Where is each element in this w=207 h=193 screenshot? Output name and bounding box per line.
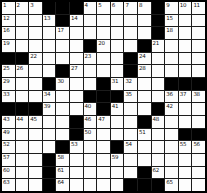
grid-cell-r2c3[interactable] <box>29 15 42 27</box>
black-cell-r8c9 <box>111 91 124 103</box>
black-cell-r15c4 <box>43 179 56 191</box>
black-cell-r6c10 <box>124 65 137 77</box>
clue-number-31: 31 <box>112 78 118 84</box>
grid-cell-r10c1[interactable]: 43 <box>2 116 15 128</box>
grid-cell-r12c15[interactable]: 56 <box>192 141 205 153</box>
clue-number-17: 17 <box>57 27 63 33</box>
grid-cell-r15c5[interactable]: 64 <box>56 179 69 191</box>
grid-cell-r3c7[interactable] <box>84 27 97 39</box>
clue-number-16: 16 <box>3 27 9 33</box>
grid-cell-r8c12[interactable] <box>152 91 165 103</box>
grid-cell-r9c15[interactable] <box>192 103 205 115</box>
grid-cell-r12c6[interactable]: 53 <box>70 141 83 153</box>
black-cell-r9c2 <box>16 103 29 115</box>
grid-cell-r5c13[interactable] <box>165 53 178 65</box>
grid-cell-r5c4[interactable] <box>43 53 56 65</box>
clue-number-10: 10 <box>180 2 186 8</box>
grid-cell-r6c15[interactable] <box>192 65 205 77</box>
clue-number-9: 9 <box>166 2 169 8</box>
grid-cell-r4c9[interactable] <box>111 40 124 52</box>
clue-number-23: 23 <box>85 53 91 59</box>
grid-cell-r14c8[interactable] <box>97 167 110 179</box>
grid-cell-r9c13[interactable]: 42 <box>165 103 178 115</box>
black-cell-r12c9 <box>111 141 124 153</box>
grid-cell-r3c14[interactable] <box>179 27 192 39</box>
clue-number-32: 32 <box>125 78 131 84</box>
black-cell-r15c10 <box>124 179 137 191</box>
grid-cell-r4c6[interactable] <box>70 40 83 52</box>
grid-cell-r14c6[interactable] <box>70 167 83 179</box>
grid-cell-r12c10[interactable]: 54 <box>124 141 137 153</box>
grid-cell-r10c14[interactable] <box>179 116 192 128</box>
grid-cell-r5c14[interactable] <box>179 53 192 65</box>
grid-cell-r11c7[interactable]: 50 <box>84 129 97 141</box>
grid-cell-r8c6[interactable] <box>70 91 83 103</box>
clue-number-64: 64 <box>57 179 63 185</box>
grid-cell-r14c1[interactable]: 60 <box>2 167 15 179</box>
clue-number-62: 62 <box>153 167 159 173</box>
grid-cell-r2c15[interactable] <box>192 15 205 27</box>
grid-cell-r9c6[interactable] <box>70 103 83 115</box>
black-cell-r7c8 <box>97 78 110 90</box>
grid-cell-r9c4[interactable]: 39 <box>43 103 56 115</box>
grid-cell-r7c7[interactable] <box>84 78 97 90</box>
black-cell-r14c11 <box>138 167 151 179</box>
grid-cell-r12c7[interactable] <box>84 141 97 153</box>
grid-cell-r7c6[interactable] <box>70 78 83 90</box>
grid-cell-r11c1[interactable]: 49 <box>2 129 15 141</box>
grid-cell-r1c11[interactable]: 8 <box>138 2 151 14</box>
grid-cell-r14c3[interactable] <box>29 167 42 179</box>
clue-number-49: 49 <box>3 129 9 135</box>
grid-cell-r13c8[interactable] <box>97 154 110 166</box>
grid-cell-r14c12[interactable]: 62 <box>152 167 165 179</box>
black-cell-r5c1 <box>2 53 15 65</box>
grid-cell-r7c1[interactable]: 29 <box>2 78 15 90</box>
grid-cell-r3c4[interactable] <box>43 27 56 39</box>
black-cell-r6c5 <box>56 65 69 77</box>
black-cell-r9c12 <box>152 103 165 115</box>
grid-cell-r4c4[interactable] <box>43 40 56 52</box>
black-cell-r9c3 <box>29 103 42 115</box>
black-cell-r1c4 <box>43 2 56 14</box>
clue-number-55: 55 <box>180 141 186 147</box>
grid-cell-r8c14[interactable]: 37 <box>179 91 192 103</box>
grid-cell-r5c6[interactable] <box>70 53 83 65</box>
grid-cell-r5c5[interactable] <box>56 53 69 65</box>
grid-cell-r12c12[interactable] <box>152 141 165 153</box>
clue-number-45: 45 <box>30 116 36 122</box>
grid-cell-r13c2[interactable] <box>16 154 29 166</box>
grid-cell-r14c15[interactable] <box>192 167 205 179</box>
clue-number-7: 7 <box>125 2 128 8</box>
black-cell-r1c12 <box>152 2 165 14</box>
grid-cell-r15c15[interactable] <box>192 179 205 191</box>
grid-cell-r6c2[interactable]: 26 <box>16 65 29 77</box>
grid-cell-r14c9[interactable] <box>111 167 124 179</box>
clue-number-61: 61 <box>57 167 63 173</box>
black-cell-r12c5 <box>56 141 69 153</box>
grid-cell-r2c14[interactable] <box>179 15 192 27</box>
black-cell-r4c7 <box>84 40 97 52</box>
grid-cell-r5c11[interactable]: 24 <box>138 53 151 65</box>
grid-cell-r3c5[interactable]: 17 <box>56 27 69 39</box>
grid-cell-r3c1[interactable]: 16 <box>2 27 15 39</box>
clue-number-51: 51 <box>139 129 145 135</box>
black-cell-r8c7 <box>84 91 97 103</box>
clue-number-56: 56 <box>193 141 199 147</box>
grid-cell-r11c12[interactable] <box>152 129 165 141</box>
grid-cell-r8c5[interactable] <box>56 91 69 103</box>
grid-cell-r7c2[interactable] <box>16 78 29 90</box>
crossword-board: 1234567891011121314151617181920212223242… <box>0 0 207 193</box>
grid-cell-r10c7[interactable]: 46 <box>84 116 97 128</box>
black-cell-r8c8 <box>97 91 110 103</box>
grid-cell-r7c5[interactable]: 30 <box>56 78 69 90</box>
grid-cell-r1c10[interactable]: 7 <box>124 2 137 14</box>
clue-number-25: 25 <box>3 65 9 71</box>
clue-number-34: 34 <box>44 91 50 97</box>
clue-number-19: 19 <box>3 40 9 46</box>
grid-cell-r13c13[interactable] <box>165 154 178 166</box>
grid-cell-r9c14[interactable] <box>179 103 192 115</box>
grid-cell-r7c10[interactable]: 32 <box>124 78 137 90</box>
grid-cell-r6c12[interactable] <box>152 65 165 77</box>
grid-cell-r7c11[interactable] <box>138 78 151 90</box>
black-cell-r10c11 <box>138 116 151 128</box>
grid-cell-r4c1[interactable]: 19 <box>2 40 15 52</box>
clue-number-8: 8 <box>139 2 142 8</box>
grid-cell-r1c9[interactable]: 6 <box>111 2 124 14</box>
grid-cell-r15c2[interactable] <box>16 179 29 191</box>
grid-cell-r3c11[interactable] <box>138 27 151 39</box>
black-cell-r9c8 <box>97 103 110 115</box>
grid-cell-r14c7[interactable] <box>84 167 97 179</box>
grid-cell-r12c14[interactable]: 55 <box>179 141 192 153</box>
grid-cell-r5c3[interactable]: 22 <box>29 53 42 65</box>
grid-cell-r1c15[interactable]: 11 <box>192 2 205 14</box>
clue-number-41: 41 <box>112 103 118 109</box>
grid-cell-r10c15[interactable] <box>192 116 205 128</box>
grid-cell-r5c7[interactable]: 23 <box>84 53 97 65</box>
clue-number-47: 47 <box>98 116 104 122</box>
clue-number-21: 21 <box>153 40 159 46</box>
black-cell-r9c1 <box>2 103 15 115</box>
grid-cell-r2c11[interactable] <box>138 15 151 27</box>
black-cell-r11c15 <box>192 129 205 141</box>
grid-cell-r3c9[interactable] <box>111 27 124 39</box>
grid-cell-r6c4[interactable] <box>43 65 56 77</box>
grid-cell-r3c15[interactable] <box>192 27 205 39</box>
grid-cell-r4c2[interactable] <box>16 40 29 52</box>
black-cell-r7c15 <box>192 78 205 90</box>
clue-number-13: 13 <box>44 15 50 21</box>
grid-cell-r11c9[interactable] <box>111 129 124 141</box>
grid-cell-r2c7[interactable] <box>84 15 97 27</box>
grid-cell-r4c13[interactable] <box>165 40 178 52</box>
black-cell-r15c12 <box>152 179 165 191</box>
clue-number-6: 6 <box>112 2 115 8</box>
grid-cell-r13c12[interactable] <box>152 154 165 166</box>
grid-cell-r12c4[interactable] <box>43 141 56 153</box>
clue-number-44: 44 <box>17 116 23 122</box>
grid-cell-r13c6[interactable] <box>70 154 83 166</box>
grid-cell-r6c11[interactable]: 28 <box>138 65 151 77</box>
grid-cell-r8c10[interactable]: 35 <box>124 91 137 103</box>
grid-cell-r13c14[interactable] <box>179 154 192 166</box>
grid-cell-r10c8[interactable]: 47 <box>97 116 110 128</box>
black-cell-r4c11 <box>138 40 151 52</box>
black-cell-r15c11 <box>138 179 151 191</box>
clue-number-29: 29 <box>3 78 9 84</box>
grid-cell-r1c7[interactable]: 4 <box>84 2 97 14</box>
grid-cell-r15c9[interactable] <box>111 179 124 191</box>
grid-cell-r4c5[interactable] <box>56 40 69 52</box>
grid-cell-r1c8[interactable]: 5 <box>97 2 110 14</box>
grid-cell-r3c2[interactable] <box>16 27 29 39</box>
grid-cell-r12c1[interactable]: 52 <box>2 141 15 153</box>
grid-cell-r10c4[interactable] <box>43 116 56 128</box>
clue-number-42: 42 <box>166 103 172 109</box>
clue-number-30: 30 <box>57 78 63 84</box>
grid-cell-r6c1[interactable]: 25 <box>2 65 15 77</box>
clue-number-3: 3 <box>30 2 33 8</box>
clue-number-12: 12 <box>3 15 9 21</box>
grid-cell-r15c6[interactable] <box>70 179 83 191</box>
grid-cell-r6c3[interactable] <box>29 65 42 77</box>
clue-number-53: 53 <box>71 141 77 147</box>
grid-cell-r3c10[interactable] <box>124 27 137 39</box>
clue-number-4: 4 <box>85 2 88 8</box>
clue-number-48: 48 <box>153 116 159 122</box>
grid-cell-r2c13[interactable]: 15 <box>165 15 178 27</box>
grid-cell-r14c2[interactable] <box>16 167 29 179</box>
clue-number-57: 57 <box>3 154 9 160</box>
grid-cell-r3c3[interactable] <box>29 27 42 39</box>
clue-number-1: 1 <box>3 2 6 8</box>
clue-number-50: 50 <box>85 129 91 135</box>
clue-number-38: 38 <box>193 91 199 97</box>
grid-cell-r8c15[interactable]: 38 <box>192 91 205 103</box>
grid-cell-r1c3[interactable]: 3 <box>29 2 42 14</box>
clue-number-43: 43 <box>3 116 9 122</box>
clue-number-36: 36 <box>166 91 172 97</box>
grid-cell-r8c2[interactable] <box>16 91 29 103</box>
grid-cell-r15c13[interactable]: 65 <box>165 179 178 191</box>
clue-number-27: 27 <box>71 65 77 71</box>
grid-cell-r13c7[interactable] <box>84 154 97 166</box>
grid-cell-r10c2[interactable]: 44 <box>16 116 29 128</box>
grid-cell-r2c9[interactable] <box>111 15 124 27</box>
black-cell-r7c4 <box>43 78 56 90</box>
grid-cell-r3c6[interactable] <box>70 27 83 39</box>
grid-cell-r11c8[interactable] <box>97 129 110 141</box>
grid-cell-r11c5[interactable] <box>56 129 69 141</box>
grid-cell-r10c10[interactable] <box>124 116 137 128</box>
grid-cell-r10c9[interactable] <box>111 116 124 128</box>
clue-number-39: 39 <box>44 103 50 109</box>
clue-number-58: 58 <box>57 154 63 160</box>
grid-cell-r8c13[interactable]: 36 <box>165 91 178 103</box>
grid-cell-r10c12[interactable]: 48 <box>152 116 165 128</box>
grid-cell-r10c5[interactable] <box>56 116 69 128</box>
grid-cell-r12c8[interactable] <box>97 141 110 153</box>
grid-cell-r9c9[interactable]: 41 <box>111 103 124 115</box>
grid-cell-r5c15[interactable] <box>192 53 205 65</box>
grid-cell-r2c8[interactable] <box>97 15 110 27</box>
clue-number-46: 46 <box>85 116 91 122</box>
grid-cell-r12c3[interactable] <box>29 141 42 153</box>
black-cell-r2c12 <box>152 15 165 27</box>
grid-cell-r9c11[interactable] <box>138 103 151 115</box>
grid-cell-r12c2[interactable] <box>16 141 29 153</box>
grid-cell-r8c11[interactable] <box>138 91 151 103</box>
grid-cell-r14c13[interactable] <box>165 167 178 179</box>
black-cell-r2c5 <box>56 15 69 27</box>
grid-cell-r5c12[interactable] <box>152 53 165 65</box>
clue-number-15: 15 <box>166 15 172 21</box>
clue-number-37: 37 <box>180 91 186 97</box>
clue-number-60: 60 <box>3 167 9 173</box>
grid-cell-r11c11[interactable]: 51 <box>138 129 151 141</box>
clue-number-65: 65 <box>166 179 172 185</box>
clue-number-54: 54 <box>125 141 131 147</box>
grid-cell-r12c11[interactable] <box>138 141 151 153</box>
grid-cell-r5c8[interactable] <box>97 53 110 65</box>
clue-number-63: 63 <box>3 179 9 185</box>
grid-cell-r1c1[interactable]: 1 <box>2 2 15 14</box>
grid-cell-r3c8[interactable] <box>97 27 110 39</box>
clue-number-20: 20 <box>98 40 104 46</box>
grid-cell-r8c3[interactable] <box>29 91 42 103</box>
grid-cell-r14c10[interactable] <box>124 167 137 179</box>
black-cell-r13c4 <box>43 154 56 166</box>
clue-number-14: 14 <box>71 15 77 21</box>
grid-cell-r2c4[interactable]: 13 <box>43 15 56 27</box>
grid-cell-r15c7[interactable] <box>84 179 97 191</box>
grid-cell-r13c9[interactable]: 59 <box>111 154 124 166</box>
clue-number-22: 22 <box>30 53 36 59</box>
grid-cell-r10c3[interactable]: 45 <box>29 116 42 128</box>
clue-number-28: 28 <box>139 65 145 71</box>
grid-cell-r10c13[interactable] <box>165 116 178 128</box>
grid-cell-r4c12[interactable]: 21 <box>152 40 165 52</box>
grid-cell-r12c13[interactable] <box>165 141 178 153</box>
clue-number-40: 40 <box>85 103 91 109</box>
grid-cell-r9c10[interactable] <box>124 103 137 115</box>
grid-cell-r15c14[interactable] <box>179 179 192 191</box>
black-cell-r7c14 <box>179 78 192 90</box>
black-cell-r11c14 <box>179 129 192 141</box>
black-cell-r10c6 <box>70 116 83 128</box>
grid-cell-r2c2[interactable] <box>16 15 29 27</box>
grid-cell-r2c1[interactable]: 12 <box>2 15 15 27</box>
grid-cell-r3c13[interactable]: 18 <box>165 27 178 39</box>
grid-cell-r4c8[interactable]: 20 <box>97 40 110 52</box>
grid-cell-r2c10[interactable] <box>124 15 137 27</box>
grid-cell-r6c9[interactable] <box>111 65 124 77</box>
grid-cell-r6c13[interactable] <box>165 65 178 77</box>
grid-cell-r6c6[interactable]: 27 <box>70 65 83 77</box>
grid-cell-r15c8[interactable] <box>97 179 110 191</box>
grid-cell-r1c2[interactable]: 2 <box>16 2 29 14</box>
grid-cell-r2c6[interactable]: 14 <box>70 15 83 27</box>
grid-cell-r5c9[interactable] <box>111 53 124 65</box>
black-cell-r5c2 <box>16 53 29 65</box>
grid-cell-r1c13[interactable]: 9 <box>165 2 178 14</box>
grid-cell-r13c10[interactable] <box>124 154 137 166</box>
grid-cell-r7c9[interactable]: 31 <box>111 78 124 90</box>
grid-cell-r8c4[interactable]: 34 <box>43 91 56 103</box>
grid-cell-r9c5[interactable] <box>56 103 69 115</box>
grid-cell-r6c8[interactable] <box>97 65 110 77</box>
clue-number-26: 26 <box>17 65 23 71</box>
grid-cell-r11c2[interactable] <box>16 129 29 141</box>
black-cell-r7c13 <box>165 78 178 90</box>
clue-number-2: 2 <box>17 2 20 8</box>
clue-number-5: 5 <box>98 2 101 8</box>
black-cell-r14c4 <box>43 167 56 179</box>
black-cell-r1c6 <box>70 2 83 14</box>
clue-number-24: 24 <box>139 53 145 59</box>
grid-cell-r7c3[interactable] <box>29 78 42 90</box>
clue-number-35: 35 <box>125 91 131 97</box>
grid-cell-r4c15[interactable] <box>192 40 205 52</box>
grid-cell-r13c15[interactable] <box>192 154 205 166</box>
grid-cell-r11c13[interactable] <box>165 129 178 141</box>
grid-cell-r15c1[interactable]: 63 <box>2 179 15 191</box>
black-cell-r11c6 <box>70 129 83 141</box>
grid-cell-r11c4[interactable] <box>43 129 56 141</box>
grid-cell-r9c7[interactable]: 40 <box>84 103 97 115</box>
clue-number-52: 52 <box>3 141 9 147</box>
grid-cell-r7c12[interactable] <box>152 78 165 90</box>
grid-cell-r1c14[interactable]: 10 <box>179 2 192 14</box>
clue-number-33: 33 <box>3 91 9 97</box>
crossword-grid: 1234567891011121314151617181920212223242… <box>2 2 205 191</box>
grid-cell-r11c3[interactable] <box>29 129 42 141</box>
grid-cell-r15c3[interactable] <box>29 179 42 191</box>
clue-number-59: 59 <box>112 154 118 160</box>
black-cell-r3c12 <box>152 27 165 39</box>
black-cell-r5c10 <box>124 53 137 65</box>
black-cell-r1c5 <box>56 2 69 14</box>
grid-cell-r4c3[interactable] <box>29 40 42 52</box>
grid-cell-r8c1[interactable]: 33 <box>2 91 15 103</box>
grid-cell-r4c10[interactable] <box>124 40 137 52</box>
grid-cell-r13c5[interactable]: 58 <box>56 154 69 166</box>
grid-cell-r14c5[interactable]: 61 <box>56 167 69 179</box>
grid-cell-r13c3[interactable] <box>29 154 42 166</box>
grid-cell-r11c10[interactable] <box>124 129 137 141</box>
clue-number-11: 11 <box>193 2 199 8</box>
clue-number-18: 18 <box>166 27 172 33</box>
grid-cell-r13c1[interactable]: 57 <box>2 154 15 166</box>
grid-cell-r13c11[interactable] <box>138 154 151 166</box>
grid-cell-r14c14[interactable] <box>179 167 192 179</box>
grid-cell-r6c7[interactable] <box>84 65 97 77</box>
grid-cell-r6c14[interactable] <box>179 65 192 77</box>
grid-cell-r4c14[interactable] <box>179 40 192 52</box>
